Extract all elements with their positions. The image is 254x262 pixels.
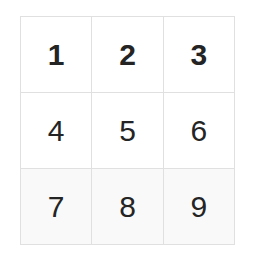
cell-value: 2 [119,40,136,70]
cell-r1c1[interactable]: 1 [21,17,92,93]
cell-r2c2[interactable]: 5 [92,93,163,169]
cell-value: 3 [190,40,207,70]
cell-value: 6 [190,116,207,146]
cell-value: 5 [119,116,136,146]
cell-value: 4 [48,116,65,146]
cell-r2c3[interactable]: 6 [164,93,235,169]
cell-r2c1[interactable]: 4 [21,93,92,169]
cell-value: 7 [48,192,65,222]
cell-r3c1[interactable]: 7 [21,169,92,245]
cell-r3c2[interactable]: 8 [92,169,163,245]
cell-value: 1 [48,40,65,70]
cell-r3c3[interactable]: 9 [164,169,235,245]
cell-r1c3[interactable]: 3 [164,17,235,93]
cell-r1c2[interactable]: 2 [92,17,163,93]
cell-value: 9 [190,192,207,222]
cell-value: 8 [119,192,136,222]
number-grid: 1 2 3 4 5 6 7 8 9 [20,16,235,245]
